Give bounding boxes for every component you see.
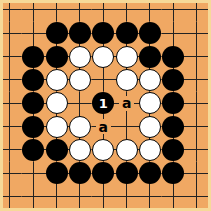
- board-cell[interactable]: [22, 92, 45, 115]
- board-cell[interactable]: [92, 138, 115, 161]
- black-stone: [46, 22, 68, 44]
- board-cell[interactable]: [22, 115, 45, 138]
- board-cell[interactable]: [138, 138, 161, 161]
- empty-point[interactable]: [115, 115, 138, 138]
- black-stone: [162, 92, 184, 114]
- white-stone: [139, 92, 161, 114]
- board-cell[interactable]: [138, 115, 161, 138]
- board-cell[interactable]: [115, 68, 138, 91]
- board-cell[interactable]: [45, 68, 68, 91]
- black-stone: [92, 22, 114, 44]
- go-board: 1aa: [0, 0, 211, 211]
- board-cell[interactable]: [92, 22, 115, 45]
- marked-black-stone-1: 1: [92, 92, 114, 114]
- empty-point[interactable]: [138, 3, 161, 22]
- board-cell[interactable]: [45, 45, 68, 68]
- empty-point[interactable]: [45, 185, 68, 208]
- black-stone: [116, 22, 138, 44]
- black-stone: [22, 116, 44, 138]
- white-stone: [139, 69, 161, 91]
- board-cell[interactable]: [138, 92, 161, 115]
- board-cell[interactable]: [115, 22, 138, 45]
- white-stone: [46, 116, 68, 138]
- board-cell[interactable]: [68, 45, 91, 68]
- empty-point[interactable]: [185, 138, 208, 161]
- point-label-a: a: [119, 96, 134, 111]
- empty-point[interactable]: [162, 22, 185, 45]
- black-stone: [46, 162, 68, 184]
- black-stone: [139, 22, 161, 44]
- white-stone: [69, 46, 91, 68]
- black-stone: [46, 139, 68, 161]
- board-cell[interactable]: [138, 68, 161, 91]
- empty-point[interactable]: [3, 115, 22, 138]
- empty-point[interactable]: [92, 3, 115, 22]
- empty-point[interactable]: [3, 68, 22, 91]
- move-number-label: 1: [99, 97, 108, 110]
- white-stone: [69, 139, 91, 161]
- empty-point[interactable]: [185, 68, 208, 91]
- board-cell[interactable]: [68, 162, 91, 185]
- board-cell[interactable]: [115, 138, 138, 161]
- point-label-a: a: [96, 119, 111, 134]
- black-stone: [162, 116, 184, 138]
- white-stone: [116, 46, 138, 68]
- empty-point[interactable]: [3, 185, 22, 208]
- white-stone: [139, 116, 161, 138]
- black-stone: [92, 162, 114, 184]
- white-stone: [116, 69, 138, 91]
- board-cell[interactable]: [68, 138, 91, 161]
- black-stone: [162, 69, 184, 91]
- board-cell[interactable]: [45, 138, 68, 161]
- empty-point[interactable]: [22, 22, 45, 45]
- empty-point[interactable]: [185, 22, 208, 45]
- empty-point[interactable]: [115, 185, 138, 208]
- black-stone: [46, 46, 68, 68]
- white-stone: [139, 139, 161, 161]
- white-stone: [46, 92, 68, 114]
- empty-point[interactable]: [185, 3, 208, 22]
- board-cell[interactable]: [138, 45, 161, 68]
- empty-point[interactable]: [138, 185, 161, 208]
- board-surface: 1aa: [3, 3, 208, 208]
- board-cell[interactable]: [92, 45, 115, 68]
- empty-point[interactable]: [115, 3, 138, 22]
- empty-point[interactable]: [162, 3, 185, 22]
- white-stone: [69, 69, 91, 91]
- empty-point[interactable]: [68, 185, 91, 208]
- empty-point[interactable]: [3, 3, 22, 22]
- white-stone: [92, 139, 114, 161]
- empty-point[interactable]: [3, 138, 22, 161]
- empty-point[interactable]: [162, 185, 185, 208]
- empty-point[interactable]: [185, 162, 208, 185]
- board-cell[interactable]: [45, 92, 68, 115]
- empty-point[interactable]: [45, 3, 68, 22]
- empty-point[interactable]: [68, 92, 91, 115]
- board-cell[interactable]: [22, 138, 45, 161]
- empty-point[interactable]: [185, 45, 208, 68]
- board-cell[interactable]: [162, 92, 185, 115]
- board-cell[interactable]: [68, 68, 91, 91]
- black-stone: [22, 46, 44, 68]
- black-stone: [162, 139, 184, 161]
- board-cell[interactable]: [162, 138, 185, 161]
- empty-point[interactable]: [22, 162, 45, 185]
- board-cell[interactable]: [22, 45, 45, 68]
- white-stone: [69, 116, 91, 138]
- white-stone: [92, 46, 114, 68]
- black-stone: [139, 46, 161, 68]
- empty-point[interactable]: [3, 45, 22, 68]
- black-stone: [139, 162, 161, 184]
- board-cell[interactable]: a: [115, 92, 138, 115]
- empty-point[interactable]: [68, 3, 91, 22]
- board-cell[interactable]: [68, 115, 91, 138]
- board-cell[interactable]: [68, 22, 91, 45]
- board-cell[interactable]: [138, 22, 161, 45]
- white-stone: [116, 139, 138, 161]
- board-cell[interactable]: 1: [92, 92, 115, 115]
- board-cell[interactable]: [115, 45, 138, 68]
- black-stone: [22, 69, 44, 91]
- board-cell[interactable]: [115, 162, 138, 185]
- board-cell[interactable]: [138, 162, 161, 185]
- empty-point[interactable]: [22, 185, 45, 208]
- black-stone: [162, 162, 184, 184]
- black-stone: [162, 46, 184, 68]
- empty-point[interactable]: [185, 115, 208, 138]
- empty-point[interactable]: [92, 185, 115, 208]
- board-cell[interactable]: [162, 115, 185, 138]
- black-stone: [116, 162, 138, 184]
- board-cell[interactable]: [162, 68, 185, 91]
- empty-point[interactable]: [3, 162, 22, 185]
- board-cell[interactable]: [22, 68, 45, 91]
- board-grid: 1aa: [3, 3, 208, 208]
- empty-point[interactable]: [3, 92, 22, 115]
- black-stone: [69, 162, 91, 184]
- board-cell[interactable]: [92, 162, 115, 185]
- empty-point[interactable]: [185, 92, 208, 115]
- empty-point[interactable]: [22, 3, 45, 22]
- black-stone: [22, 92, 44, 114]
- board-cell[interactable]: [45, 162, 68, 185]
- board-cell[interactable]: [162, 162, 185, 185]
- black-stone: [22, 139, 44, 161]
- board-cell[interactable]: [162, 45, 185, 68]
- empty-point[interactable]: [3, 22, 22, 45]
- board-cell[interactable]: a: [92, 115, 115, 138]
- empty-point[interactable]: [185, 185, 208, 208]
- white-stone: [46, 69, 68, 91]
- empty-point[interactable]: [92, 68, 115, 91]
- black-stone: [69, 22, 91, 44]
- board-cell[interactable]: [45, 22, 68, 45]
- board-cell[interactable]: [45, 115, 68, 138]
